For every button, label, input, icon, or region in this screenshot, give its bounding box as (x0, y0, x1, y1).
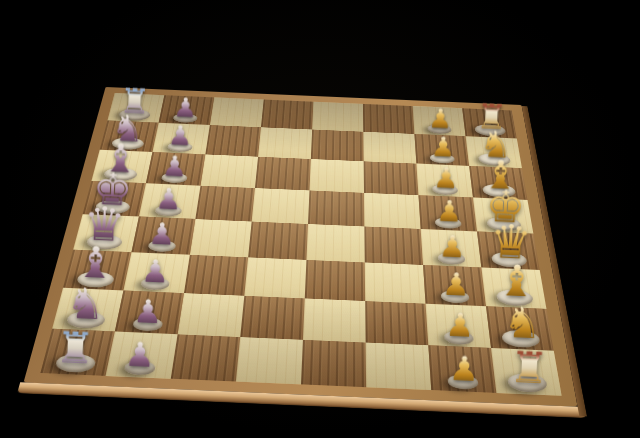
black-pawn: ♟ (441, 269, 470, 301)
square-g6 (363, 132, 416, 164)
black-pawn: ♟ (448, 352, 480, 387)
black-pawn: ♟ (435, 197, 462, 227)
white-pawn: ♟ (167, 122, 193, 150)
white-knight: ♞ (66, 282, 106, 326)
black-rook: ♜ (509, 345, 550, 390)
square-f6 (364, 161, 419, 195)
black-pawn: ♟ (445, 309, 475, 343)
square-d7: ♟ (421, 229, 482, 268)
square-e5 (308, 190, 364, 226)
square-e6 (364, 193, 421, 229)
square-f5 (309, 159, 364, 193)
square-e4 (252, 188, 310, 224)
white-pawn: ♟ (173, 94, 198, 121)
square-d2: ♟ (131, 217, 195, 255)
square-a4 (236, 337, 303, 384)
white-pawn: ♟ (141, 256, 170, 288)
square-h5 (312, 102, 363, 132)
white-pawn: ♟ (133, 295, 163, 329)
square-f4 (255, 157, 311, 191)
square-a7: ♟ (428, 345, 496, 393)
black-pawn: ♟ (433, 164, 459, 193)
square-d6 (364, 226, 423, 265)
square-e7: ♟ (418, 195, 477, 231)
square-b5 (303, 298, 366, 342)
chess-board-frame: ♜♟♟♜♞♟♟♞♝♟♟♝♚♟♟♚♛♟♟♛♝♟♟♝♞♟♟♞♜♟♟♜ (24, 87, 578, 407)
photo-background: ♜♟♟♜♞♟♟♞♝♟♟♝♚♟♟♚♛♟♟♛♝♟♟♝♞♟♟♞♜♟♟♜ (0, 0, 640, 438)
square-g3 (205, 125, 261, 157)
square-e3 (195, 186, 255, 222)
square-h6 (363, 104, 414, 134)
square-a1: ♜ (40, 329, 114, 376)
square-f3 (200, 154, 258, 188)
square-f7: ♟ (416, 164, 473, 198)
square-a8: ♜ (491, 348, 562, 396)
square-a5 (301, 340, 366, 387)
white-pawn: ♟ (161, 152, 187, 181)
square-b6 (365, 301, 428, 345)
black-pawn: ♟ (430, 134, 456, 162)
square-d4 (248, 222, 308, 260)
square-a3 (171, 334, 241, 381)
square-c3 (184, 255, 248, 296)
square-b2: ♟ (115, 290, 184, 334)
white-pawn: ♟ (148, 219, 176, 250)
white-rook: ♜ (55, 325, 96, 370)
square-f2: ♟ (146, 152, 205, 186)
white-pawn: ♟ (155, 184, 182, 214)
square-d5 (306, 224, 364, 262)
square-a6 (366, 343, 432, 391)
square-g4 (258, 127, 312, 159)
square-e2: ♟ (139, 183, 200, 219)
square-h4 (261, 100, 313, 130)
square-a2: ♟ (106, 332, 178, 379)
square-d3 (190, 219, 252, 257)
chess-board: ♜♟♟♜♞♟♟♞♝♟♟♝♚♟♟♚♛♟♟♛♝♟♟♝♞♟♟♞♜♟♟♜ (40, 93, 561, 396)
black-pawn: ♟ (438, 231, 466, 262)
black-knight: ♞ (503, 301, 543, 345)
square-b3 (178, 293, 245, 337)
square-g5 (311, 130, 364, 162)
square-c2: ♟ (123, 252, 189, 293)
square-c7: ♟ (423, 265, 486, 306)
square-c6 (365, 262, 426, 303)
square-h3 (210, 97, 264, 127)
square-b4 (240, 296, 305, 340)
black-pawn: ♟ (428, 105, 453, 132)
square-b7: ♟ (426, 304, 491, 348)
square-c4 (244, 257, 306, 298)
square-c5 (305, 260, 365, 301)
white-pawn: ♟ (124, 338, 156, 373)
